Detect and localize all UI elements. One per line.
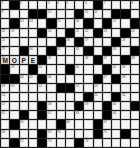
cell-r10c5[interactable] (47, 93, 55, 101)
clue-number: 19 (11, 29, 14, 33)
black-cell-r13c6 (57, 120, 65, 128)
cell-letter: E (29, 56, 37, 64)
cell-r10c2[interactable] (20, 93, 28, 101)
cell-r6c7[interactable] (66, 56, 74, 64)
cell-r2c3[interactable]: 14 (29, 19, 37, 27)
cell-r11c0[interactable]: 57 (1, 102, 9, 110)
clue-number: 23 (103, 29, 106, 33)
cell-r4c1[interactable] (10, 38, 18, 46)
cell-r14c1[interactable] (10, 130, 18, 138)
clue-number: 65 (20, 120, 23, 124)
cell-r4c5[interactable] (47, 38, 55, 46)
cell-r0c8[interactable] (75, 1, 83, 9)
clue-number: 29 (2, 47, 5, 51)
clue-number: 27 (85, 38, 88, 42)
cell-r3c2[interactable] (20, 29, 28, 37)
black-cell-r5c5 (47, 47, 55, 55)
black-cell-r11c8 (75, 102, 83, 110)
cell-r9c14[interactable] (131, 84, 139, 92)
cell-r6c6[interactable] (57, 56, 65, 64)
black-cell-r12c2 (20, 111, 28, 119)
cell-r7c6[interactable] (57, 65, 65, 73)
cell-r11c6[interactable] (57, 102, 65, 110)
clue-number: 37 (103, 56, 106, 60)
cell-r6c11[interactable]: 37 (103, 56, 111, 64)
clue-number: 11 (85, 10, 88, 14)
clue-number: 67 (103, 120, 106, 124)
cell-r5c13[interactable] (121, 47, 129, 55)
cell-r14c8[interactable] (75, 130, 83, 138)
cell-r4c2[interactable] (20, 38, 28, 46)
cell-r3c6[interactable] (57, 29, 65, 37)
cell-r13c12[interactable] (112, 120, 120, 128)
cell-r2c0[interactable] (1, 19, 9, 27)
cell-r12c3[interactable] (29, 111, 37, 119)
cell-r9c1[interactable]: 50 (10, 84, 18, 92)
cell-r8c3[interactable]: 45 (29, 75, 37, 83)
clue-number: 49 (2, 84, 5, 88)
black-cell-r8c12 (112, 75, 120, 83)
clue-number: 36 (85, 56, 88, 60)
cell-r7c10[interactable] (94, 65, 102, 73)
black-cell-r0c1 (10, 1, 18, 9)
black-cell-r13c1 (10, 120, 18, 128)
cell-r15c6[interactable] (57, 139, 65, 147)
cell-r9c3[interactable] (29, 84, 37, 92)
cell-r13c3[interactable] (29, 120, 37, 128)
cell-r8c11[interactable]: 47 (103, 75, 111, 83)
cell-r5c6[interactable]: 31 (57, 47, 65, 55)
cell-r13c4[interactable] (38, 120, 46, 128)
cell-r8c14[interactable] (131, 75, 139, 83)
cell-r6c12[interactable] (112, 56, 120, 64)
cell-r7c1[interactable]: 39 (10, 65, 18, 73)
black-cell-r3c7 (66, 29, 74, 37)
cell-r8c13[interactable]: 48 (121, 75, 129, 83)
cell-r0c13[interactable] (121, 1, 129, 9)
cell-r2c10[interactable] (94, 19, 102, 27)
cell-r12c10[interactable] (94, 111, 102, 119)
cell-letter: M (1, 56, 9, 64)
cell-r9c9[interactable] (84, 84, 92, 92)
cell-r7c14[interactable] (131, 65, 139, 73)
cell-r6c14[interactable]: 38 (131, 56, 139, 64)
cell-r4c3[interactable] (29, 38, 37, 46)
clue-number: 39 (11, 65, 14, 69)
clue-number: 25 (2, 38, 5, 42)
black-cell-r9c6 (57, 84, 65, 92)
black-cell-r11c11 (103, 102, 111, 110)
cell-r7c9[interactable] (84, 65, 92, 73)
clue-number: 62 (48, 111, 51, 115)
crossword-grid: 1234567891011121314151617181920212223242… (0, 0, 140, 148)
cell-r13c9[interactable] (84, 120, 92, 128)
clue-number: 6 (85, 1, 87, 5)
cell-r13c7[interactable]: 66 (66, 120, 74, 128)
black-cell-r2c11 (103, 19, 111, 27)
cell-r0c6[interactable]: 4 (57, 1, 65, 9)
cell-r8c7[interactable] (66, 75, 74, 83)
cell-r8c8[interactable] (75, 75, 83, 83)
cell-r6c3[interactable]: E (29, 56, 37, 64)
cell-r10c7[interactable] (66, 93, 74, 101)
black-cell-r14c13 (121, 130, 129, 138)
black-cell-r5c2 (20, 47, 28, 55)
cell-r10c13[interactable]: 56 (121, 93, 129, 101)
cell-r4c7[interactable]: 26 (66, 38, 74, 46)
cell-r15c12[interactable] (112, 139, 120, 147)
cell-letter: P (20, 56, 28, 64)
cell-r15c14[interactable] (131, 139, 139, 147)
cell-r9c12[interactable] (112, 84, 120, 92)
black-cell-r15c8 (75, 139, 83, 147)
clue-number: 69 (48, 130, 51, 134)
cell-r3c1[interactable]: 19 (10, 29, 18, 37)
cell-r13c0[interactable] (1, 120, 9, 128)
clue-number: 55 (94, 93, 97, 97)
cell-r9c4[interactable]: 51 (38, 84, 46, 92)
cell-r6c2[interactable]: P (20, 56, 28, 64)
cell-r10c1[interactable] (10, 93, 18, 101)
cell-r5c1[interactable] (10, 47, 18, 55)
clue-number: 8 (131, 1, 133, 5)
black-cell-r11c14 (131, 102, 139, 110)
clue-number: 9 (2, 10, 4, 14)
cell-r12c13[interactable] (121, 111, 129, 119)
clue-number: 32 (76, 47, 79, 51)
cell-r2c13[interactable] (121, 19, 129, 27)
black-cell-r0c10 (94, 1, 102, 9)
clue-number: 18 (2, 29, 5, 33)
black-cell-r2c9 (84, 19, 92, 27)
cell-r5c7[interactable] (66, 47, 74, 55)
black-cell-r8c1 (10, 75, 18, 83)
black-cell-r1c8 (75, 10, 83, 18)
cell-r1c9[interactable]: 11 (84, 10, 92, 18)
cell-r14c12[interactable] (112, 130, 120, 138)
cell-r6c1[interactable]: O (10, 56, 18, 64)
black-cell-r7c3 (29, 65, 37, 73)
cell-r14c5[interactable]: 69 (47, 130, 55, 138)
cell-r11c9[interactable]: 59 (84, 102, 92, 110)
cell-r5c12[interactable]: 33 (112, 47, 120, 55)
black-cell-r6c10 (94, 56, 102, 64)
black-cell-r7c11 (103, 65, 111, 73)
clue-number: 50 (11, 84, 14, 88)
clue-number: 12 (94, 10, 97, 14)
cell-r15c11[interactable] (103, 139, 111, 147)
cell-r10c3[interactable] (29, 93, 37, 101)
clue-number: 2 (20, 1, 22, 5)
cell-r0c12[interactable] (112, 1, 120, 9)
clue-number: 63 (76, 111, 79, 115)
cell-r12c1[interactable] (10, 111, 18, 119)
cell-r14c6[interactable]: 70 (57, 130, 65, 138)
clue-number: 47 (103, 75, 106, 79)
cell-r3c14[interactable]: 24 (131, 29, 139, 37)
cell-r9c8[interactable]: 52 (75, 84, 83, 92)
cell-r10c11[interactable] (103, 93, 111, 101)
cell-r12c9[interactable] (84, 111, 92, 119)
cell-r4c4[interactable] (38, 38, 46, 46)
cell-r10c10[interactable]: 55 (94, 93, 102, 101)
cell-r7c8[interactable]: 41 (75, 65, 83, 73)
black-cell-r12c4 (38, 111, 46, 119)
cell-r5c0[interactable]: 29 (1, 47, 9, 55)
cell-r11c2[interactable] (20, 102, 28, 110)
cell-r12c0[interactable]: 61 (1, 111, 9, 119)
clue-number: 46 (48, 75, 51, 79)
cell-r12c12[interactable]: 64 (112, 111, 120, 119)
cell-r10c6[interactable] (57, 93, 65, 101)
clue-number: 52 (76, 84, 79, 88)
clue-number: 28 (122, 38, 125, 42)
cell-r5c8[interactable]: 32 (75, 47, 83, 55)
cell-r14c11[interactable]: 71 (103, 130, 111, 138)
cell-r15c9[interactable]: 74 (84, 139, 92, 147)
black-cell-r1c13 (121, 10, 129, 18)
cell-r3c12[interactable] (112, 29, 120, 37)
cell-r14c14[interactable] (131, 130, 139, 138)
cell-r4c13[interactable]: 28 (121, 38, 129, 46)
black-cell-r8c4 (38, 75, 46, 83)
cell-r11c12[interactable]: 60 (112, 102, 120, 110)
cell-r3c0[interactable]: 18 (1, 29, 9, 37)
clue-number: 64 (113, 111, 116, 115)
cell-r9c13[interactable] (121, 84, 129, 92)
cell-r11c7[interactable] (66, 102, 74, 110)
clue-number: 58 (48, 102, 51, 106)
clue-number: 5 (66, 1, 68, 5)
cell-r7c13[interactable]: 43 (121, 65, 129, 73)
clue-number: 41 (76, 65, 79, 69)
clue-number: 53 (94, 84, 97, 88)
black-cell-r1c3 (29, 10, 37, 18)
cell-r14c9[interactable] (84, 130, 92, 138)
black-cell-r4c8 (75, 38, 83, 46)
cell-r2c6[interactable]: 15 (57, 19, 65, 27)
cell-r14c3[interactable] (29, 130, 37, 138)
cell-r1c1[interactable] (10, 10, 18, 18)
cell-r3c8[interactable]: 21 (75, 29, 83, 37)
cell-r12c8[interactable]: 63 (75, 111, 83, 119)
cell-r7c12[interactable]: 42 (112, 65, 120, 73)
black-cell-r1c12 (112, 10, 120, 18)
black-cell-r12c11 (103, 111, 111, 119)
cell-r5c4[interactable] (38, 47, 46, 55)
cell-r10c8[interactable] (75, 93, 83, 101)
clue-number: 40 (39, 65, 42, 69)
black-cell-r7c0 (1, 65, 9, 73)
cell-r11c5[interactable]: 58 (47, 102, 55, 110)
clue-number: 44 (20, 75, 23, 79)
cell-r3c5[interactable]: 20 (47, 29, 55, 37)
cell-r15c7[interactable] (66, 139, 74, 147)
clue-number: 57 (2, 102, 5, 106)
black-cell-r8c0 (1, 75, 9, 83)
clue-number: 74 (85, 139, 88, 143)
black-cell-r2c5 (47, 19, 55, 27)
cell-r13c8[interactable] (75, 120, 83, 128)
clue-number: 45 (29, 75, 32, 79)
clue-number: 70 (57, 130, 60, 134)
cell-r12c14[interactable] (131, 111, 139, 119)
clue-number: 7 (103, 1, 105, 5)
clue-number: 17 (113, 19, 116, 23)
black-cell-r6c4 (38, 56, 46, 64)
cell-r6c5[interactable]: 35 (47, 56, 55, 64)
cell-r0c11[interactable]: 7 (103, 1, 111, 9)
clue-number: 54 (2, 93, 5, 97)
cell-r8c9[interactable] (84, 75, 92, 83)
cell-r0c7[interactable]: 5 (66, 1, 74, 9)
cell-r3c9[interactable]: 22 (84, 29, 92, 37)
cell-r8c2[interactable]: 44 (20, 75, 28, 83)
clue-number: 56 (122, 93, 125, 97)
cell-r13c2[interactable]: 65 (20, 120, 28, 128)
cell-r0c3[interactable] (29, 1, 37, 9)
cell-r13c5[interactable] (47, 120, 55, 128)
cell-r7c4[interactable]: 40 (38, 65, 46, 73)
cell-r10c14[interactable] (131, 93, 139, 101)
cell-r3c11[interactable]: 23 (103, 29, 111, 37)
clue-number: 3 (48, 1, 50, 5)
clue-number: 42 (113, 65, 116, 69)
cell-r11c13[interactable] (121, 102, 129, 110)
clue-number: 10 (48, 10, 51, 14)
black-cell-r5c11 (103, 47, 111, 55)
black-cell-r11c4 (38, 102, 46, 110)
cell-r7c5[interactable] (47, 65, 55, 73)
black-cell-r7c7 (66, 65, 74, 73)
cell-r12c5[interactable]: 62 (47, 111, 55, 119)
cell-r9c5[interactable] (47, 84, 55, 92)
cell-r1c7[interactable] (66, 10, 74, 18)
black-cell-r1c4 (38, 10, 46, 18)
cell-r15c5[interactable]: 73 (47, 139, 55, 147)
clue-number: 60 (113, 102, 116, 106)
cell-r9c0[interactable]: 49 (1, 84, 9, 92)
cell-r14c0[interactable]: 68 (1, 130, 9, 138)
cell-r1c2[interactable] (20, 10, 28, 18)
cell-r1c5[interactable]: 10 (47, 10, 55, 18)
cell-r2c7[interactable] (66, 19, 74, 27)
cell-r15c2[interactable]: 72 (20, 139, 28, 147)
cell-r6c0[interactable]: 34M (1, 56, 9, 64)
clue-number: 20 (48, 29, 51, 33)
cell-r13c11[interactable]: 67 (103, 120, 111, 128)
clue-number: 24 (131, 29, 134, 33)
cell-r0c2[interactable]: 2 (20, 1, 28, 9)
cell-r0c9[interactable]: 6 (84, 1, 92, 9)
clue-number: 38 (131, 56, 134, 60)
clue-number: 26 (66, 38, 69, 42)
cell-r2c2[interactable]: 13 (20, 19, 28, 27)
cell-r4c9[interactable]: 27 (84, 38, 92, 46)
clue-number: 14 (29, 19, 32, 23)
cell-r3c3[interactable] (29, 29, 37, 37)
clue-number: 13 (20, 19, 23, 23)
cell-r7c2[interactable] (20, 65, 28, 73)
black-cell-r4c12 (112, 38, 120, 46)
cell-r13c13[interactable] (121, 120, 129, 128)
cell-r9c2[interactable] (20, 84, 28, 92)
cell-r4c0[interactable]: 25 (1, 38, 9, 46)
clue-number: 15 (57, 19, 60, 23)
cell-r1c0[interactable]: 9 (1, 10, 9, 18)
cell-r8c5[interactable]: 46 (47, 75, 55, 83)
cell-letter: O (10, 56, 18, 64)
black-cell-r10c12 (112, 93, 120, 101)
cell-r11c1[interactable] (10, 102, 18, 110)
black-cell-r2c1 (10, 19, 18, 27)
cell-r4c11[interactable] (103, 38, 111, 46)
cell-r1c14[interactable] (131, 10, 139, 18)
cell-r9c11[interactable] (103, 84, 111, 92)
clue-number: 35 (48, 56, 51, 60)
cell-r1c10[interactable]: 12 (94, 10, 102, 18)
clue-number: 72 (20, 139, 23, 143)
black-cell-r14c10 (94, 130, 102, 138)
cell-r4c10[interactable] (94, 38, 102, 46)
black-cell-r6c13 (121, 56, 129, 64)
clue-number: 4 (57, 1, 59, 5)
cell-r0c14[interactable]: 8 (131, 1, 139, 9)
cell-r6c9[interactable]: 36 (84, 56, 92, 64)
black-cell-r5c14 (131, 47, 139, 55)
clue-number: 68 (2, 130, 5, 134)
cell-r15c13[interactable] (121, 139, 129, 147)
cell-r5c10[interactable] (94, 47, 102, 55)
cell-r1c6[interactable] (57, 10, 65, 18)
cell-r13c14[interactable] (131, 120, 139, 128)
cell-r1c11[interactable] (103, 10, 111, 18)
cell-r15c0[interactable] (1, 139, 9, 147)
black-cell-r3c10 (94, 29, 102, 37)
cell-r12c6[interactable] (57, 111, 65, 119)
cell-r9c10[interactable]: 53 (94, 84, 102, 92)
cell-r10c0[interactable]: 54 (1, 93, 9, 101)
cell-r0c0[interactable]: 1 (1, 1, 9, 9)
cell-r15c3[interactable] (29, 139, 37, 147)
cell-r8c6[interactable] (57, 75, 65, 83)
cell-r2c12[interactable]: 17 (112, 19, 120, 27)
cell-r0c4[interactable] (38, 1, 46, 9)
cell-r11c10[interactable] (94, 102, 102, 110)
cell-r2c8[interactable]: 16 (75, 19, 83, 27)
clue-number: 59 (85, 102, 88, 106)
cell-r0c5[interactable]: 3 (47, 1, 55, 9)
clue-number: 1 (2, 1, 4, 5)
clue-number: 16 (76, 19, 79, 23)
cell-r14c2[interactable] (20, 130, 28, 138)
cell-r2c4[interactable] (38, 19, 46, 27)
cell-r6c8[interactable] (75, 56, 83, 64)
clue-number: 71 (103, 130, 106, 134)
clue-number: 30 (29, 47, 32, 51)
black-cell-r8c10 (94, 75, 102, 83)
cell-r15c10[interactable] (94, 139, 102, 147)
clue-number: 33 (113, 47, 116, 51)
cell-r10c4[interactable] (38, 93, 46, 101)
cell-r5c3[interactable]: 30 (29, 47, 37, 55)
clue-number: 21 (76, 29, 79, 33)
cell-r11c3[interactable] (29, 102, 37, 110)
cell-r14c7[interactable] (66, 130, 74, 138)
black-cell-r4c6 (57, 38, 65, 46)
cell-r4c14[interactable] (131, 38, 139, 46)
cell-r12c7[interactable] (66, 111, 74, 119)
